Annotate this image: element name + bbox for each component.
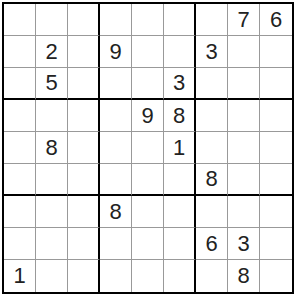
given-digit: 6	[205, 233, 217, 255]
cell-r8c4[interactable]	[100, 228, 132, 260]
cell-r7c5[interactable]	[132, 196, 164, 228]
cell-r4c8[interactable]	[228, 100, 260, 132]
cell-r4c7[interactable]	[196, 100, 228, 132]
cell-r7c7[interactable]	[196, 196, 228, 228]
cell-r7c4[interactable]: 8	[100, 196, 132, 228]
cell-r9c3[interactable]	[68, 260, 100, 292]
given-digit: 9	[141, 105, 153, 127]
given-digit: 7	[237, 9, 249, 31]
given-digit: 8	[109, 201, 121, 223]
cell-r1c7[interactable]	[196, 4, 228, 36]
cell-r5c2[interactable]: 8	[36, 132, 68, 164]
cell-r4c4[interactable]	[100, 100, 132, 132]
cell-r1c2[interactable]	[36, 4, 68, 36]
cell-r6c2[interactable]	[36, 164, 68, 196]
cell-r6c9[interactable]	[260, 164, 292, 196]
given-digit: 6	[270, 9, 282, 31]
cell-r4c9[interactable]	[260, 100, 292, 132]
cell-r5c6[interactable]: 1	[164, 132, 196, 164]
cell-r9c1[interactable]: 1	[4, 260, 36, 292]
cell-r9c8[interactable]: 8	[228, 260, 260, 292]
cell-r1c6[interactable]	[164, 4, 196, 36]
cell-r3c6[interactable]: 3	[164, 68, 196, 100]
cell-r9c9[interactable]	[260, 260, 292, 292]
given-digit: 8	[237, 265, 249, 287]
cell-r1c3[interactable]	[68, 4, 100, 36]
cell-r1c1[interactable]	[4, 4, 36, 36]
cell-r5c3[interactable]	[68, 132, 100, 164]
cell-r4c3[interactable]	[68, 100, 100, 132]
cell-r3c9[interactable]	[260, 68, 292, 100]
given-digit: 1	[173, 137, 185, 159]
cell-r4c6[interactable]: 8	[164, 100, 196, 132]
cell-r2c3[interactable]	[68, 36, 100, 68]
cell-r8c1[interactable]	[4, 228, 36, 260]
given-digit: 8	[205, 168, 217, 190]
cell-r5c7[interactable]	[196, 132, 228, 164]
cell-r3c7[interactable]	[196, 68, 228, 100]
cell-r5c5[interactable]	[132, 132, 164, 164]
cell-r6c4[interactable]	[100, 164, 132, 196]
cell-r8c8[interactable]: 3	[228, 228, 260, 260]
cell-r1c5[interactable]	[132, 4, 164, 36]
cell-r2c6[interactable]	[164, 36, 196, 68]
cell-r8c6[interactable]	[164, 228, 196, 260]
sudoku-board-wrap: 76293539881886318	[2, 2, 294, 294]
cell-r5c8[interactable]	[228, 132, 260, 164]
cell-r4c1[interactable]	[4, 100, 36, 132]
cell-r3c5[interactable]	[132, 68, 164, 100]
cell-r3c8[interactable]	[228, 68, 260, 100]
cell-r9c4[interactable]	[100, 260, 132, 292]
cell-r6c5[interactable]	[132, 164, 164, 196]
cell-r7c1[interactable]	[4, 196, 36, 228]
cell-r9c5[interactable]	[132, 260, 164, 292]
cell-r3c3[interactable]	[68, 68, 100, 100]
cell-r3c4[interactable]	[100, 68, 132, 100]
sudoku-board: 76293539881886318	[2, 2, 294, 294]
cell-r7c8[interactable]	[228, 196, 260, 228]
cell-r6c8[interactable]	[228, 164, 260, 196]
cell-r2c2[interactable]: 2	[36, 36, 68, 68]
cell-r7c9[interactable]	[260, 196, 292, 228]
cell-r2c5[interactable]	[132, 36, 164, 68]
cell-r2c4[interactable]: 9	[100, 36, 132, 68]
cell-r6c6[interactable]	[164, 164, 196, 196]
cell-r6c1[interactable]	[4, 164, 36, 196]
cell-r2c9[interactable]	[260, 36, 292, 68]
given-digit: 5	[45, 72, 57, 94]
cell-r5c1[interactable]	[4, 132, 36, 164]
cell-r1c8[interactable]: 7	[228, 4, 260, 36]
cell-r2c8[interactable]	[228, 36, 260, 68]
cell-r3c2[interactable]: 5	[36, 68, 68, 100]
given-digit: 8	[173, 105, 185, 127]
cell-r6c7[interactable]: 8	[196, 164, 228, 196]
cell-r8c3[interactable]	[68, 228, 100, 260]
given-digit: 2	[45, 41, 57, 63]
cell-r8c5[interactable]	[132, 228, 164, 260]
cell-r6c3[interactable]	[68, 164, 100, 196]
cell-r1c9[interactable]: 6	[260, 4, 292, 36]
cell-r8c2[interactable]	[36, 228, 68, 260]
given-digit: 1	[13, 265, 25, 287]
cell-r1c4[interactable]	[100, 4, 132, 36]
cell-r3c1[interactable]	[4, 68, 36, 100]
given-digit: 8	[45, 137, 57, 159]
given-digit: 3	[205, 41, 217, 63]
cell-r2c1[interactable]	[4, 36, 36, 68]
cell-r4c5[interactable]: 9	[132, 100, 164, 132]
cell-r5c4[interactable]	[100, 132, 132, 164]
cell-r7c3[interactable]	[68, 196, 100, 228]
cell-r9c2[interactable]	[36, 260, 68, 292]
cell-r7c6[interactable]	[164, 196, 196, 228]
cell-r7c2[interactable]	[36, 196, 68, 228]
cell-r8c7[interactable]: 6	[196, 228, 228, 260]
given-digit: 3	[237, 233, 249, 255]
cell-r5c9[interactable]	[260, 132, 292, 164]
cell-r4c2[interactable]	[36, 100, 68, 132]
given-digit: 9	[109, 41, 121, 63]
given-digit: 3	[173, 72, 185, 94]
cell-r9c7[interactable]	[196, 260, 228, 292]
cell-r8c9[interactable]	[260, 228, 292, 260]
cell-r2c7[interactable]: 3	[196, 36, 228, 68]
cell-r9c6[interactable]	[164, 260, 196, 292]
